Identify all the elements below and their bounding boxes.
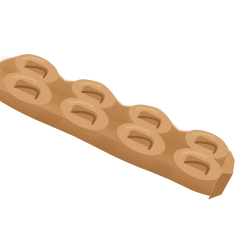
product-photo-svg [0, 0, 250, 250]
pulp-tray [0, 41, 245, 204]
photo-background [0, 0, 250, 250]
